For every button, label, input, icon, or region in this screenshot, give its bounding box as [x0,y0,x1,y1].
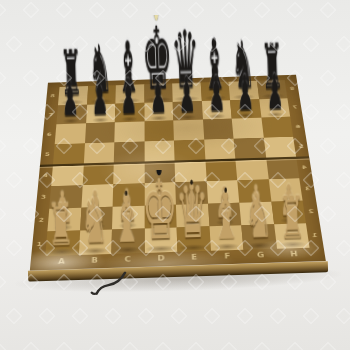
piece-white-rook: ♜ [47,196,74,255]
rank-label: 5 [41,144,54,165]
square-c1: ♝ [111,229,144,254]
square-e6 [173,120,203,141]
file-label: H [277,250,312,262]
square-a6 [55,123,86,144]
square-g1: ♞ [241,225,276,250]
square-c7: ♟ [115,103,144,123]
piece-white-rook: ♜ [278,188,305,247]
rank-label: 6 [291,117,305,137]
square-f6 [203,119,234,140]
piece-black-pawn: ♟ [207,70,225,118]
piece-white-knight: ♞ [244,186,273,248]
piece-white-king: ♚ [140,170,178,252]
square-e7: ♟ [173,101,203,121]
square-a1: ♜ [45,231,79,256]
king-finial [154,7,158,20]
squares: ♜♞♝♚♛♝♞♜♟♟♟♟♟♟♟♟♟♟♟♟♟♟♟♟♜♞♝♚♛♝♞♜ [45,80,309,256]
rank-label: 7 [288,98,301,117]
square-b5 [83,142,114,164]
rank-label: 5 [294,136,308,157]
square-a7: ♟ [56,104,86,124]
rank-label: 7 [45,105,57,124]
top-dot [224,187,227,192]
photo-background: ♜♞♝♚♛♝♞♜♟♟♟♟♟♟♟♟♟♟♟♟♟♟♟♟♜♞♝♚♛♝♞♜ 8765432… [0,0,350,350]
top-dot [190,180,193,185]
square-h1: ♜ [274,224,310,249]
square-b1: ♞ [78,230,112,255]
rank-label: 6 [43,124,55,144]
file-label: E [177,253,211,265]
square-a5 [53,143,85,165]
chess-board: ♜♞♝♚♛♝♞♜♟♟♟♟♟♟♟♟♟♟♟♟♟♟♟♟♜♞♝♚♛♝♞♜ 8765432… [30,75,326,271]
square-b7: ♟ [86,104,116,124]
square-h5 [263,137,296,158]
square-f5 [204,139,236,160]
top-dot [125,190,128,195]
rank-label: 8 [47,87,59,106]
square-g5 [234,138,266,159]
scene: ♜♞♝♚♛♝♞♜♟♟♟♟♟♟♟♟♟♟♟♟♟♟♟♟♜♞♝♚♛♝♞♜ 8765432… [0,0,350,350]
rank-label: 2 [303,200,318,223]
piece-white-knight: ♞ [79,191,108,253]
file-label: F [211,252,245,264]
square-e1: ♛ [177,227,211,252]
piece-black-pawn: ♟ [149,72,167,120]
rank-label: 4 [39,165,52,187]
rank-label: 2 [35,209,49,233]
photo-tilt: ♜♞♝♚♛♝♞♜♟♟♟♟♟♟♟♟♟♟♟♟♟♟♟♟♜♞♝♚♛♝♞♜ 8765432… [0,0,350,350]
piece-black-pawn: ♟ [61,75,79,123]
piece-black-pawn: ♟ [90,74,108,122]
square-b6 [85,123,115,144]
square-d1: ♚ [144,228,177,253]
piece-white-bishop: ♝ [111,187,142,253]
file-label: D [144,254,177,266]
square-g6 [232,118,264,139]
square-e5 [174,139,205,160]
piece-black-pawn: ♟ [178,71,196,119]
rank-label: 1 [32,232,46,257]
rank-label: 8 [285,80,298,99]
square-h6 [261,117,293,138]
square-g7: ♟ [230,99,261,119]
square-d5 [144,140,174,161]
square-d7: ♟ [144,102,173,122]
file-label: B [78,256,112,268]
king-finial [156,165,162,176]
piece-white-bishop: ♝ [210,183,241,249]
piece-black-pawn: ♟ [266,68,284,116]
square-d6 [144,121,174,142]
piece-black-pawn: ♟ [236,69,254,117]
piece-black-pawn: ♟ [120,73,138,121]
piece-white-queen: ♛ [175,176,210,251]
square-f1: ♝ [209,226,243,251]
file-label: C [111,255,144,267]
file-label: G [244,251,278,263]
square-f7: ♟ [201,100,231,120]
file-label: A [44,257,78,269]
square-c5 [114,141,144,162]
rank-label: 1 [307,223,322,247]
square-c6 [114,122,144,143]
square-h7: ♟ [259,98,290,118]
